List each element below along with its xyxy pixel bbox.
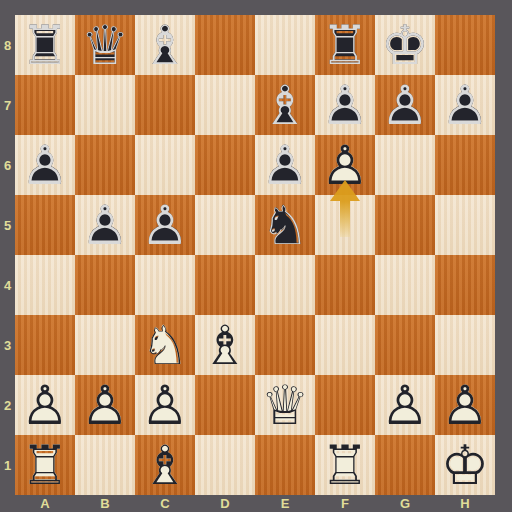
chess-board-screenshot: ♜♖♛♕♝♗♜♖♚♔♝♗♟♙♟♙♟♙♟♙♟♙♟♙♟♙♟♙♞♘♞♘♝♗♟♙♟♙♟♙… (0, 0, 512, 512)
square-a8[interactable]: ♜♖ (15, 15, 75, 75)
white-knight-c3[interactable]: ♞♘ (135, 315, 195, 375)
square-c6[interactable] (135, 135, 195, 195)
square-e8[interactable] (255, 15, 315, 75)
rank-label-4: 4 (0, 255, 15, 315)
white-bishop-d3[interactable]: ♝♗ (195, 315, 255, 375)
black-pawn-c5[interactable]: ♟♙ (135, 195, 195, 255)
square-e2[interactable]: ♛♕ (255, 375, 315, 435)
square-c5[interactable]: ♟♙ (135, 195, 195, 255)
square-f1[interactable]: ♜♖ (315, 435, 375, 495)
square-e3[interactable] (255, 315, 315, 375)
square-g2[interactable]: ♟♙ (375, 375, 435, 435)
square-b1[interactable] (75, 435, 135, 495)
square-e1[interactable] (255, 435, 315, 495)
white-bishop-c1[interactable]: ♝♗ (135, 435, 195, 495)
square-b8[interactable]: ♛♕ (75, 15, 135, 75)
square-b7[interactable] (75, 75, 135, 135)
square-f3[interactable] (315, 315, 375, 375)
white-king-h1[interactable]: ♚♔ (435, 435, 495, 495)
file-label-b: B (75, 495, 135, 512)
square-e4[interactable] (255, 255, 315, 315)
square-g5[interactable] (375, 195, 435, 255)
file-label-d: D (195, 495, 255, 512)
file-label-e: E (255, 495, 315, 512)
white-pawn-a2[interactable]: ♟♙ (15, 375, 75, 435)
square-g8[interactable]: ♚♔ (375, 15, 435, 75)
square-b6[interactable] (75, 135, 135, 195)
file-label-g: G (375, 495, 435, 512)
square-d4[interactable] (195, 255, 255, 315)
square-d5[interactable] (195, 195, 255, 255)
black-pawn-h7[interactable]: ♟♙ (435, 75, 495, 135)
square-h5[interactable] (435, 195, 495, 255)
black-pawn-f7[interactable]: ♟♙ (315, 75, 375, 135)
black-knight-e5[interactable]: ♞♘ (255, 195, 315, 255)
rank-label-7: 7 (0, 75, 15, 135)
square-c3[interactable]: ♞♘ (135, 315, 195, 375)
square-h4[interactable] (435, 255, 495, 315)
square-g4[interactable] (375, 255, 435, 315)
black-rook-f8[interactable]: ♜♖ (315, 15, 375, 75)
square-c1[interactable]: ♝♗ (135, 435, 195, 495)
square-d1[interactable] (195, 435, 255, 495)
square-b5[interactable]: ♟♙ (75, 195, 135, 255)
square-c7[interactable] (135, 75, 195, 135)
rank-label-5: 5 (0, 195, 15, 255)
white-rook-a1[interactable]: ♜♖ (15, 435, 75, 495)
white-pawn-f6[interactable]: ♟♙ (315, 135, 375, 195)
white-pawn-h2[interactable]: ♟♙ (435, 375, 495, 435)
square-h3[interactable] (435, 315, 495, 375)
square-h1[interactable]: ♚♔ (435, 435, 495, 495)
black-rook-a8[interactable]: ♜♖ (15, 15, 75, 75)
square-e5[interactable]: ♞♘ (255, 195, 315, 255)
white-pawn-c2[interactable]: ♟♙ (135, 375, 195, 435)
black-pawn-a6[interactable]: ♟♙ (15, 135, 75, 195)
square-f4[interactable] (315, 255, 375, 315)
square-a1[interactable]: ♜♖ (15, 435, 75, 495)
square-e7[interactable]: ♝♗ (255, 75, 315, 135)
square-f5[interactable] (315, 195, 375, 255)
square-g6[interactable] (375, 135, 435, 195)
square-d2[interactable] (195, 375, 255, 435)
white-pawn-b2[interactable]: ♟♙ (75, 375, 135, 435)
black-queen-b8[interactable]: ♛♕ (75, 15, 135, 75)
chess-board: ♜♖♛♕♝♗♜♖♚♔♝♗♟♙♟♙♟♙♟♙♟♙♟♙♟♙♟♙♞♘♞♘♝♗♟♙♟♙♟♙… (15, 15, 495, 495)
square-a6[interactable]: ♟♙ (15, 135, 75, 195)
rank-label-6: 6 (0, 135, 15, 195)
square-d3[interactable]: ♝♗ (195, 315, 255, 375)
square-h6[interactable] (435, 135, 495, 195)
square-g1[interactable] (375, 435, 435, 495)
file-label-h: H (435, 495, 495, 512)
square-h7[interactable]: ♟♙ (435, 75, 495, 135)
rank-label-2: 2 (0, 375, 15, 435)
square-b3[interactable] (75, 315, 135, 375)
square-a2[interactable]: ♟♙ (15, 375, 75, 435)
rank-label-8: 8 (0, 15, 15, 75)
square-c8[interactable]: ♝♗ (135, 15, 195, 75)
square-g7[interactable]: ♟♙ (375, 75, 435, 135)
square-d6[interactable] (195, 135, 255, 195)
square-d8[interactable] (195, 15, 255, 75)
square-f8[interactable]: ♜♖ (315, 15, 375, 75)
square-a3[interactable] (15, 315, 75, 375)
square-h2[interactable]: ♟♙ (435, 375, 495, 435)
square-f6[interactable]: ♟♙ (315, 135, 375, 195)
square-h8[interactable] (435, 15, 495, 75)
black-king-g8[interactable]: ♚♔ (375, 15, 435, 75)
black-bishop-c8[interactable]: ♝♗ (135, 15, 195, 75)
square-f2[interactable] (315, 375, 375, 435)
square-c4[interactable] (135, 255, 195, 315)
file-label-f: F (315, 495, 375, 512)
square-d7[interactable] (195, 75, 255, 135)
black-pawn-g7[interactable]: ♟♙ (375, 75, 435, 135)
square-a4[interactable] (15, 255, 75, 315)
square-b4[interactable] (75, 255, 135, 315)
rank-label-3: 3 (0, 315, 15, 375)
white-queen-e2[interactable]: ♛♕ (255, 375, 315, 435)
black-bishop-e7[interactable]: ♝♗ (255, 75, 315, 135)
black-pawn-e6[interactable]: ♟♙ (255, 135, 315, 195)
square-e6[interactable]: ♟♙ (255, 135, 315, 195)
file-label-a: A (15, 495, 75, 512)
square-g3[interactable] (375, 315, 435, 375)
square-c2[interactable]: ♟♙ (135, 375, 195, 435)
white-rook-f1[interactable]: ♜♖ (315, 435, 375, 495)
file-label-c: C (135, 495, 195, 512)
black-pawn-b5[interactable]: ♟♙ (75, 195, 135, 255)
square-a7[interactable] (15, 75, 75, 135)
square-f7[interactable]: ♟♙ (315, 75, 375, 135)
square-b2[interactable]: ♟♙ (75, 375, 135, 435)
rank-label-1: 1 (0, 435, 15, 495)
square-a5[interactable] (15, 195, 75, 255)
white-pawn-g2[interactable]: ♟♙ (375, 375, 435, 435)
